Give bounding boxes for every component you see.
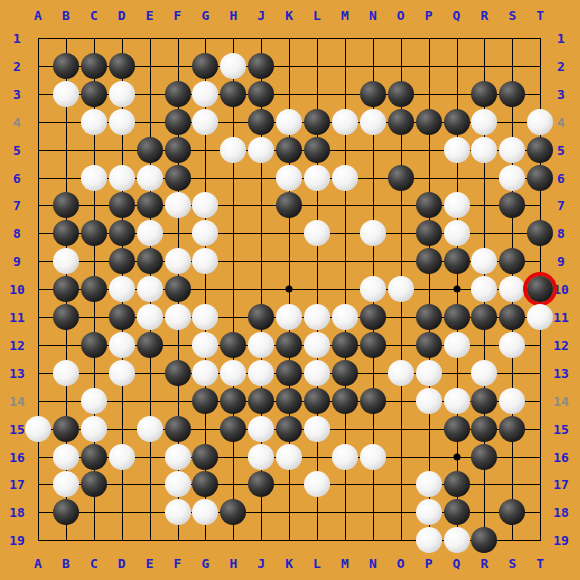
row-label-right: 7 (557, 198, 565, 213)
col-label-top: L (313, 8, 321, 23)
black-stone-E5[interactable] (137, 137, 163, 163)
black-stone-N12[interactable] (360, 332, 386, 358)
white-stone-D10[interactable] (109, 276, 135, 302)
black-stone-C8[interactable] (81, 220, 107, 246)
black-stone-F5[interactable] (165, 137, 191, 163)
black-stone-K7[interactable] (276, 192, 302, 218)
black-stone-M13[interactable] (332, 360, 358, 386)
black-stone-J2[interactable] (248, 53, 274, 79)
col-label-top: H (229, 8, 237, 23)
col-label-bottom: K (285, 556, 293, 571)
white-stone-M16[interactable] (332, 444, 358, 470)
black-stone-Q4[interactable] (444, 109, 470, 135)
col-label-bottom: G (201, 556, 209, 571)
go-board[interactable]: AABBCCDDEEFFGGHHJJKKLLMMNNOOPPQQRRSSTT11… (0, 0, 580, 580)
white-stone-L11[interactable] (304, 304, 330, 330)
col-label-bottom: T (536, 556, 544, 571)
row-label-right: 16 (553, 449, 569, 464)
white-stone-O13[interactable] (388, 360, 414, 386)
row-label-left: 4 (13, 114, 21, 129)
white-stone-S12[interactable] (499, 332, 525, 358)
col-label-bottom: N (369, 556, 377, 571)
white-stone-S10[interactable] (499, 276, 525, 302)
white-stone-N16[interactable] (360, 444, 386, 470)
row-label-left: 12 (9, 337, 25, 352)
white-stone-T11[interactable] (527, 304, 553, 330)
white-stone-G12[interactable] (192, 332, 218, 358)
black-stone-G2[interactable] (192, 53, 218, 79)
black-stone-Q11[interactable] (444, 304, 470, 330)
black-stone-C10[interactable] (81, 276, 107, 302)
row-label-right: 5 (557, 142, 565, 157)
col-label-top: B (62, 8, 70, 23)
row-label-left: 15 (9, 421, 25, 436)
white-stone-S14[interactable] (499, 388, 525, 414)
white-stone-L12[interactable] (304, 332, 330, 358)
white-stone-D4[interactable] (109, 109, 135, 135)
white-stone-L8[interactable] (304, 220, 330, 246)
col-label-bottom: J (257, 556, 265, 571)
black-stone-O4[interactable] (388, 109, 414, 135)
black-stone-C2[interactable] (81, 53, 107, 79)
white-stone-P19[interactable] (416, 527, 442, 553)
white-stone-L13[interactable] (304, 360, 330, 386)
white-stone-Q5[interactable] (444, 137, 470, 163)
black-stone-M14[interactable] (332, 388, 358, 414)
star-point (286, 286, 293, 293)
white-stone-B16[interactable] (53, 444, 79, 470)
row-label-right: 15 (553, 421, 569, 436)
black-stone-Q9[interactable] (444, 248, 470, 274)
white-stone-F9[interactable] (165, 248, 191, 274)
black-stone-F4[interactable] (165, 109, 191, 135)
row-label-left: 17 (9, 477, 25, 492)
col-label-bottom: H (229, 556, 237, 571)
black-stone-L14[interactable] (304, 388, 330, 414)
col-label-bottom: B (62, 556, 70, 571)
white-stone-D16[interactable] (109, 444, 135, 470)
white-stone-P13[interactable] (416, 360, 442, 386)
black-stone-B11[interactable] (53, 304, 79, 330)
white-stone-N8[interactable] (360, 220, 386, 246)
black-stone-H3[interactable] (220, 81, 246, 107)
col-label-top: E (146, 8, 154, 23)
row-label-left: 16 (9, 449, 25, 464)
black-stone-R16[interactable] (471, 444, 497, 470)
white-stone-G7[interactable] (192, 192, 218, 218)
black-stone-E12[interactable] (137, 332, 163, 358)
black-stone-F3[interactable] (165, 81, 191, 107)
white-stone-F11[interactable] (165, 304, 191, 330)
black-stone-R11[interactable] (471, 304, 497, 330)
col-label-bottom: O (397, 556, 405, 571)
row-label-left: 9 (13, 254, 21, 269)
col-label-top: F (174, 8, 182, 23)
black-stone-R15[interactable] (471, 416, 497, 442)
black-stone-P4[interactable] (416, 109, 442, 135)
black-stone-C17[interactable] (81, 471, 107, 497)
row-label-left: 14 (9, 393, 25, 408)
col-label-bottom: S (508, 556, 516, 571)
white-stone-P17[interactable] (416, 471, 442, 497)
black-stone-S11[interactable] (499, 304, 525, 330)
black-stone-J11[interactable] (248, 304, 274, 330)
black-stone-S3[interactable] (499, 81, 525, 107)
black-stone-R14[interactable] (471, 388, 497, 414)
black-stone-N3[interactable] (360, 81, 386, 107)
black-stone-Q15[interactable] (444, 416, 470, 442)
black-stone-K12[interactable] (276, 332, 302, 358)
white-stone-G18[interactable] (192, 499, 218, 525)
black-stone-E7[interactable] (137, 192, 163, 218)
col-label-top: N (369, 8, 377, 23)
col-label-top: J (257, 8, 265, 23)
white-stone-N4[interactable] (360, 109, 386, 135)
row-label-left: 19 (9, 533, 25, 548)
white-stone-E11[interactable] (137, 304, 163, 330)
white-stone-Q12[interactable] (444, 332, 470, 358)
white-stone-D6[interactable] (109, 165, 135, 191)
black-stone-D11[interactable] (109, 304, 135, 330)
col-label-top: M (341, 8, 349, 23)
black-stone-D2[interactable] (109, 53, 135, 79)
row-label-right: 14 (553, 393, 569, 408)
row-label-right: 10 (553, 282, 569, 297)
row-label-right: 8 (557, 226, 565, 241)
col-label-bottom: F (174, 556, 182, 571)
white-stone-Q7[interactable] (444, 192, 470, 218)
black-stone-T10[interactable] (527, 276, 553, 302)
black-stone-E9[interactable] (137, 248, 163, 274)
white-stone-C4[interactable] (81, 109, 107, 135)
white-stone-F16[interactable] (165, 444, 191, 470)
white-stone-P18[interactable] (416, 499, 442, 525)
white-stone-S5[interactable] (499, 137, 525, 163)
row-label-left: 10 (9, 282, 25, 297)
white-stone-Q8[interactable] (444, 220, 470, 246)
black-stone-D9[interactable] (109, 248, 135, 274)
black-stone-B18[interactable] (53, 499, 79, 525)
row-label-left: 6 (13, 170, 21, 185)
black-stone-G14[interactable] (192, 388, 218, 414)
white-stone-B17[interactable] (53, 471, 79, 497)
black-stone-B8[interactable] (53, 220, 79, 246)
black-stone-P8[interactable] (416, 220, 442, 246)
white-stone-D12[interactable] (109, 332, 135, 358)
black-stone-F13[interactable] (165, 360, 191, 386)
black-stone-B2[interactable] (53, 53, 79, 79)
black-stone-Q18[interactable] (444, 499, 470, 525)
col-label-bottom: R (480, 556, 488, 571)
col-label-bottom: M (341, 556, 349, 571)
white-stone-D13[interactable] (109, 360, 135, 386)
col-label-top: C (90, 8, 98, 23)
white-stone-R13[interactable] (471, 360, 497, 386)
black-stone-R3[interactable] (471, 81, 497, 107)
star-point (453, 286, 460, 293)
black-stone-O3[interactable] (388, 81, 414, 107)
black-stone-N11[interactable] (360, 304, 386, 330)
white-stone-H13[interactable] (220, 360, 246, 386)
white-stone-K16[interactable] (276, 444, 302, 470)
white-stone-T4[interactable] (527, 109, 553, 135)
white-stone-J15[interactable] (248, 416, 274, 442)
row-label-left: 2 (13, 58, 21, 73)
row-label-left: 18 (9, 505, 25, 520)
col-label-bottom: Q (453, 556, 461, 571)
black-stone-G16[interactable] (192, 444, 218, 470)
black-stone-J17[interactable] (248, 471, 274, 497)
col-label-top: O (397, 8, 405, 23)
row-label-left: 5 (13, 142, 21, 157)
white-stone-R10[interactable] (471, 276, 497, 302)
black-stone-S15[interactable] (499, 416, 525, 442)
white-stone-L17[interactable] (304, 471, 330, 497)
black-stone-P11[interactable] (416, 304, 442, 330)
white-stone-K4[interactable] (276, 109, 302, 135)
black-stone-Q17[interactable] (444, 471, 470, 497)
col-label-bottom: D (118, 556, 126, 571)
col-label-top: Q (453, 8, 461, 23)
black-stone-H18[interactable] (220, 499, 246, 525)
black-stone-T8[interactable] (527, 220, 553, 246)
col-label-bottom: A (34, 556, 42, 571)
row-label-right: 12 (553, 337, 569, 352)
row-label-right: 6 (557, 170, 565, 185)
col-label-bottom: E (146, 556, 154, 571)
white-stone-A15[interactable] (25, 416, 51, 442)
white-stone-M6[interactable] (332, 165, 358, 191)
row-label-right: 9 (557, 254, 565, 269)
white-stone-E6[interactable] (137, 165, 163, 191)
col-label-bottom: C (90, 556, 98, 571)
white-stone-G4[interactable] (192, 109, 218, 135)
white-stone-J13[interactable] (248, 360, 274, 386)
row-label-left: 3 (13, 86, 21, 101)
black-stone-M12[interactable] (332, 332, 358, 358)
white-stone-M11[interactable] (332, 304, 358, 330)
black-stone-O6[interactable] (388, 165, 414, 191)
black-stone-C12[interactable] (81, 332, 107, 358)
black-stone-C16[interactable] (81, 444, 107, 470)
col-label-top: G (201, 8, 209, 23)
white-stone-R5[interactable] (471, 137, 497, 163)
col-label-top: P (425, 8, 433, 23)
black-stone-F6[interactable] (165, 165, 191, 191)
white-stone-N10[interactable] (360, 276, 386, 302)
black-stone-T5[interactable] (527, 137, 553, 163)
col-label-top: A (34, 8, 42, 23)
col-label-bottom: L (313, 556, 321, 571)
white-stone-F7[interactable] (165, 192, 191, 218)
white-stone-Q14[interactable] (444, 388, 470, 414)
black-stone-B10[interactable] (53, 276, 79, 302)
star-point (453, 453, 460, 460)
white-stone-L6[interactable] (304, 165, 330, 191)
col-label-top: R (480, 8, 488, 23)
white-stone-C6[interactable] (81, 165, 107, 191)
black-stone-F15[interactable] (165, 416, 191, 442)
white-stone-J16[interactable] (248, 444, 274, 470)
col-label-top: K (285, 8, 293, 23)
black-stone-R19[interactable] (471, 527, 497, 553)
col-label-top: T (536, 8, 544, 23)
row-label-right: 3 (557, 86, 565, 101)
col-label-top: S (508, 8, 516, 23)
white-stone-E8[interactable] (137, 220, 163, 246)
white-stone-E15[interactable] (137, 416, 163, 442)
white-stone-R9[interactable] (471, 248, 497, 274)
black-stone-J4[interactable] (248, 109, 274, 135)
white-stone-G8[interactable] (192, 220, 218, 246)
white-stone-H2[interactable] (220, 53, 246, 79)
row-label-left: 8 (13, 226, 21, 241)
black-stone-K13[interactable] (276, 360, 302, 386)
black-stone-K5[interactable] (276, 137, 302, 163)
white-stone-C15[interactable] (81, 416, 107, 442)
white-stone-F17[interactable] (165, 471, 191, 497)
white-stone-G9[interactable] (192, 248, 218, 274)
white-stone-J12[interactable] (248, 332, 274, 358)
row-label-right: 13 (553, 365, 569, 380)
row-label-right: 4 (557, 114, 565, 129)
white-stone-G3[interactable] (192, 81, 218, 107)
row-label-right: 1 (557, 31, 565, 46)
white-stone-G11[interactable] (192, 304, 218, 330)
col-label-top: D (118, 8, 126, 23)
black-stone-T6[interactable] (527, 165, 553, 191)
black-stone-C3[interactable] (81, 81, 107, 107)
row-label-right: 19 (553, 533, 569, 548)
white-stone-C14[interactable] (81, 388, 107, 414)
white-stone-F18[interactable] (165, 499, 191, 525)
black-stone-H15[interactable] (220, 416, 246, 442)
white-stone-L15[interactable] (304, 416, 330, 442)
white-stone-B3[interactable] (53, 81, 79, 107)
black-stone-B7[interactable] (53, 192, 79, 218)
black-stone-L5[interactable] (304, 137, 330, 163)
white-stone-M4[interactable] (332, 109, 358, 135)
black-stone-K14[interactable] (276, 388, 302, 414)
white-stone-J5[interactable] (248, 137, 274, 163)
row-label-left: 11 (9, 310, 25, 325)
row-label-left: 1 (13, 31, 21, 46)
row-label-right: 2 (557, 58, 565, 73)
black-stone-D8[interactable] (109, 220, 135, 246)
black-stone-J14[interactable] (248, 388, 274, 414)
white-stone-D3[interactable] (109, 81, 135, 107)
white-stone-B9[interactable] (53, 248, 79, 274)
white-stone-S6[interactable] (499, 165, 525, 191)
row-label-right: 18 (553, 505, 569, 520)
black-stone-H12[interactable] (220, 332, 246, 358)
black-stone-G17[interactable] (192, 471, 218, 497)
white-stone-E10[interactable] (137, 276, 163, 302)
row-label-left: 7 (13, 198, 21, 213)
white-stone-K11[interactable] (276, 304, 302, 330)
white-stone-R4[interactable] (471, 109, 497, 135)
black-stone-H14[interactable] (220, 388, 246, 414)
white-stone-H5[interactable] (220, 137, 246, 163)
black-stone-P9[interactable] (416, 248, 442, 274)
row-label-left: 13 (9, 365, 25, 380)
white-stone-K6[interactable] (276, 165, 302, 191)
black-stone-P7[interactable] (416, 192, 442, 218)
white-stone-B13[interactable] (53, 360, 79, 386)
black-stone-S9[interactable] (499, 248, 525, 274)
white-stone-O10[interactable] (388, 276, 414, 302)
black-stone-P12[interactable] (416, 332, 442, 358)
black-stone-N14[interactable] (360, 388, 386, 414)
black-stone-D7[interactable] (109, 192, 135, 218)
black-stone-F10[interactable] (165, 276, 191, 302)
black-stone-J3[interactable] (248, 81, 274, 107)
black-stone-L4[interactable] (304, 109, 330, 135)
black-stone-K15[interactable] (276, 416, 302, 442)
col-label-bottom: P (425, 556, 433, 571)
white-stone-Q19[interactable] (444, 527, 470, 553)
black-stone-B15[interactable] (53, 416, 79, 442)
row-label-right: 17 (553, 477, 569, 492)
white-stone-G13[interactable] (192, 360, 218, 386)
row-label-right: 11 (553, 310, 569, 325)
black-stone-S7[interactable] (499, 192, 525, 218)
black-stone-S18[interactable] (499, 499, 525, 525)
white-stone-P14[interactable] (416, 388, 442, 414)
